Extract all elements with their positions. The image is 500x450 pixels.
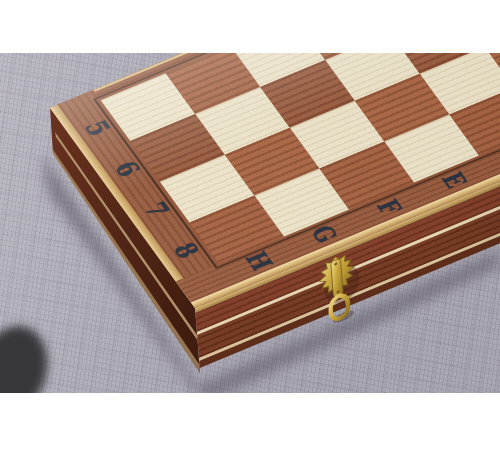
corner-shadow-blob xyxy=(0,317,59,393)
screenshot: 5678 HGFEDCBA xyxy=(0,0,500,450)
white-margin-bottom xyxy=(0,393,500,450)
white-margin-top xyxy=(0,0,500,53)
product-photo: 5678 HGFEDCBA xyxy=(0,53,500,393)
